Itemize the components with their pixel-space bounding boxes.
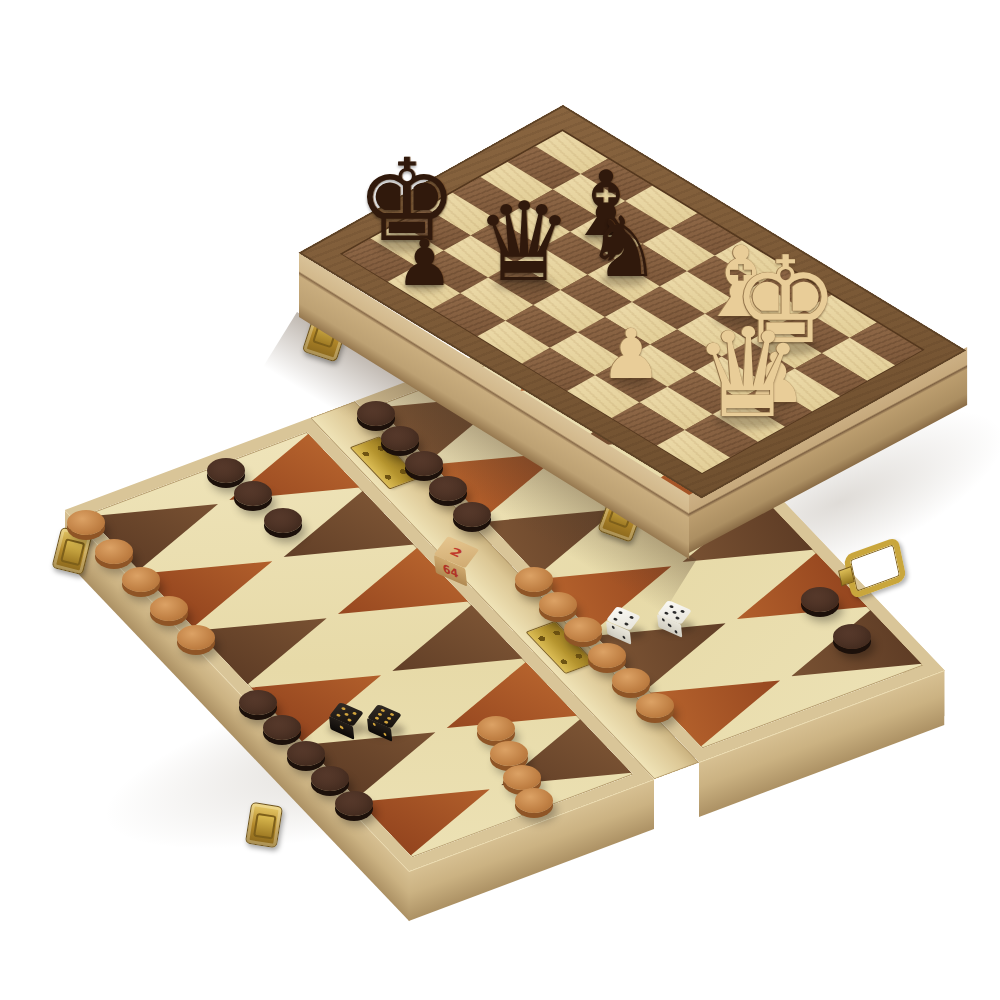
- die-pip: [374, 716, 380, 720]
- checker-dark: [287, 741, 325, 766]
- die-pip: [347, 718, 353, 722]
- die-pip: [344, 712, 350, 716]
- checker-dark: [381, 426, 419, 451]
- die-pip: [340, 725, 343, 730]
- die-pip: [674, 630, 677, 635]
- die-pip: [383, 720, 389, 724]
- die-pip: [383, 733, 386, 738]
- die-pip: [672, 611, 678, 615]
- die-pip: [341, 706, 347, 710]
- die-pip: [668, 605, 674, 609]
- die-pip: [661, 618, 664, 623]
- chess-piece-dark-queen: ♛: [475, 188, 573, 297]
- die-pip: [680, 610, 686, 614]
- die-pip: [377, 712, 383, 716]
- die-pip: [352, 711, 358, 715]
- checker-light: [515, 567, 553, 592]
- checker-light: [564, 617, 602, 642]
- checker-dark: [833, 624, 871, 649]
- checker-light: [150, 596, 188, 621]
- chess-piece-light-pawn: ♟: [600, 320, 662, 389]
- die-pip: [675, 616, 681, 620]
- die-pip: [618, 611, 624, 615]
- die-pip: [668, 624, 671, 629]
- product-photo-scene: 2 64 ♝♝♚♞♟♛♛♚♟♟: [0, 0, 1000, 1000]
- die-pip: [612, 625, 615, 630]
- die-pip: [386, 716, 392, 720]
- die-pip: [380, 708, 386, 712]
- chess-piece-dark-pawn: ♟: [396, 231, 453, 295]
- checker-light: [67, 510, 105, 535]
- checker-light: [636, 693, 674, 718]
- checker-light: [490, 741, 528, 766]
- die-pip: [663, 611, 669, 615]
- die-pip: [629, 616, 635, 620]
- chess-piece-light-queen: ♛: [693, 312, 803, 435]
- die-pip: [613, 618, 619, 622]
- checker-dark: [234, 481, 272, 506]
- checker-light: [515, 788, 553, 813]
- checker-light: [477, 716, 515, 741]
- checker-light: [95, 539, 133, 564]
- brass-latch-icon: [245, 802, 283, 848]
- checker-dark: [357, 401, 395, 426]
- die-pip: [372, 722, 375, 727]
- die-pip: [623, 635, 626, 640]
- die-pip: [389, 712, 395, 716]
- die-pip: [624, 622, 630, 626]
- checker-dark: [453, 502, 491, 527]
- doubling-cube-top-value: 2: [447, 545, 465, 560]
- checker-light: [588, 643, 626, 668]
- checker-light: [612, 668, 650, 693]
- checker-dark: [801, 587, 839, 612]
- chess-piece-dark-knight: ♞: [586, 207, 661, 291]
- die-pip: [335, 713, 341, 717]
